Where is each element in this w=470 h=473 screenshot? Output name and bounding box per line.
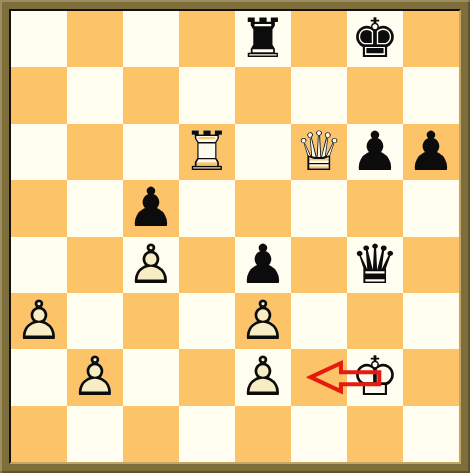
- black-queen[interactable]: ♛: [347, 237, 403, 293]
- white-pawn[interactable]: ♟♙: [11, 293, 67, 349]
- black-pawn[interactable]: ♟: [347, 124, 403, 180]
- black-pawn[interactable]: ♟: [403, 124, 459, 180]
- square-g6[interactable]: ♟: [347, 124, 403, 180]
- square-d4[interactable]: [179, 237, 235, 293]
- square-g7[interactable]: [347, 67, 403, 123]
- king-outline: ♔: [347, 349, 403, 405]
- white-king[interactable]: ♚♔: [347, 349, 403, 405]
- square-a7[interactable]: [11, 67, 67, 123]
- square-f6[interactable]: ♛♕: [291, 124, 347, 180]
- square-f2[interactable]: [291, 349, 347, 405]
- square-h6[interactable]: ♟: [403, 124, 459, 180]
- square-g4[interactable]: ♛: [347, 237, 403, 293]
- square-b5[interactable]: [67, 180, 123, 236]
- black-pawn[interactable]: ♟: [123, 180, 179, 236]
- white-pawn[interactable]: ♟♙: [235, 349, 291, 405]
- square-e1[interactable]: [235, 406, 291, 462]
- square-c7[interactable]: [123, 67, 179, 123]
- square-h7[interactable]: [403, 67, 459, 123]
- square-b3[interactable]: [67, 293, 123, 349]
- square-c5[interactable]: ♟: [123, 180, 179, 236]
- square-b4[interactable]: [67, 237, 123, 293]
- square-c6[interactable]: [123, 124, 179, 180]
- square-a2[interactable]: [11, 349, 67, 405]
- square-d2[interactable]: [179, 349, 235, 405]
- white-queen[interactable]: ♛♕: [291, 124, 347, 180]
- square-e3[interactable]: ♟♙: [235, 293, 291, 349]
- square-e8[interactable]: ♜: [235, 11, 291, 67]
- square-c8[interactable]: [123, 11, 179, 67]
- square-a3[interactable]: ♟♙: [11, 293, 67, 349]
- white-pawn[interactable]: ♟♙: [235, 293, 291, 349]
- square-e2[interactable]: ♟♙: [235, 349, 291, 405]
- white-pawn[interactable]: ♟♙: [67, 349, 123, 405]
- square-d8[interactable]: [179, 11, 235, 67]
- black-rook[interactable]: ♜: [235, 11, 291, 67]
- pawn-outline: ♙: [123, 237, 179, 293]
- square-h8[interactable]: [403, 11, 459, 67]
- square-d5[interactable]: [179, 180, 235, 236]
- square-b8[interactable]: [67, 11, 123, 67]
- square-f3[interactable]: [291, 293, 347, 349]
- square-a1[interactable]: [11, 406, 67, 462]
- square-f5[interactable]: [291, 180, 347, 236]
- square-h1[interactable]: [403, 406, 459, 462]
- square-h3[interactable]: [403, 293, 459, 349]
- black-pawn[interactable]: ♟: [235, 237, 291, 293]
- square-b7[interactable]: [67, 67, 123, 123]
- pawn-outline: ♙: [11, 293, 67, 349]
- square-e4[interactable]: ♟: [235, 237, 291, 293]
- square-a4[interactable]: [11, 237, 67, 293]
- square-h2[interactable]: [403, 349, 459, 405]
- square-b1[interactable]: [67, 406, 123, 462]
- square-e6[interactable]: [235, 124, 291, 180]
- square-d7[interactable]: [179, 67, 235, 123]
- square-c3[interactable]: [123, 293, 179, 349]
- pawn-outline: ♙: [67, 349, 123, 405]
- square-g8[interactable]: ♚: [347, 11, 403, 67]
- rook-outline: ♖: [179, 124, 235, 180]
- chess-board: ♜♚♜♖♛♕♟♟♟♟♙♟♛♟♙♟♙♟♙♟♙♚♔: [9, 9, 461, 464]
- square-g5[interactable]: [347, 180, 403, 236]
- square-a8[interactable]: [11, 11, 67, 67]
- square-d1[interactable]: [179, 406, 235, 462]
- square-h4[interactable]: [403, 237, 459, 293]
- pawn-outline: ♙: [235, 349, 291, 405]
- square-e7[interactable]: [235, 67, 291, 123]
- square-f8[interactable]: [291, 11, 347, 67]
- queen-outline: ♕: [291, 124, 347, 180]
- square-g3[interactable]: [347, 293, 403, 349]
- white-rook[interactable]: ♜♖: [179, 124, 235, 180]
- square-e5[interactable]: [235, 180, 291, 236]
- square-d6[interactable]: ♜♖: [179, 124, 235, 180]
- square-c2[interactable]: [123, 349, 179, 405]
- square-d3[interactable]: [179, 293, 235, 349]
- white-pawn[interactable]: ♟♙: [123, 237, 179, 293]
- square-h5[interactable]: [403, 180, 459, 236]
- black-king[interactable]: ♚: [347, 11, 403, 67]
- square-f7[interactable]: [291, 67, 347, 123]
- square-f1[interactable]: [291, 406, 347, 462]
- board-grid: ♜♚♜♖♛♕♟♟♟♟♙♟♛♟♙♟♙♟♙♟♙♚♔: [11, 11, 459, 462]
- chess-board-frame: ♜♚♜♖♛♕♟♟♟♟♙♟♛♟♙♟♙♟♙♟♙♚♔: [0, 0, 470, 473]
- square-c4[interactable]: ♟♙: [123, 237, 179, 293]
- square-c1[interactable]: [123, 406, 179, 462]
- square-b2[interactable]: ♟♙: [67, 349, 123, 405]
- pawn-outline: ♙: [235, 293, 291, 349]
- square-g2[interactable]: ♚♔: [347, 349, 403, 405]
- square-b6[interactable]: [67, 124, 123, 180]
- square-f4[interactable]: [291, 237, 347, 293]
- square-a6[interactable]: [11, 124, 67, 180]
- square-a5[interactable]: [11, 180, 67, 236]
- square-g1[interactable]: [347, 406, 403, 462]
